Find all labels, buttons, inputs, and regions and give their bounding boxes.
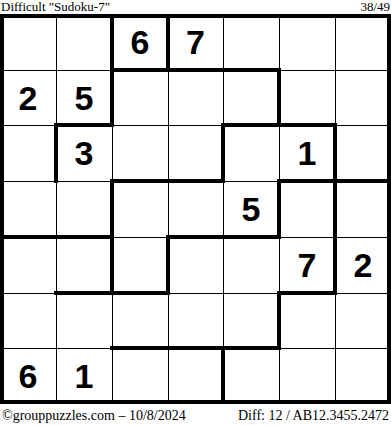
cell-r2c7[interactable] xyxy=(335,70,391,125)
cell-r5c1[interactable] xyxy=(0,237,56,293)
cell-r7c3[interactable] xyxy=(112,348,168,404)
cell-r7c5[interactable] xyxy=(223,348,279,404)
cell-r3c4[interactable] xyxy=(168,125,223,181)
cell-r1c2[interactable] xyxy=(56,14,112,70)
cells-remaining-counter: 38/49 xyxy=(360,0,390,13)
cell-r6c6[interactable] xyxy=(279,293,335,348)
cell-r4c7[interactable] xyxy=(335,181,391,237)
cell-r4c5: 5 xyxy=(223,181,279,237)
cell-r1c5[interactable] xyxy=(223,14,279,70)
cell-r4c1[interactable] xyxy=(0,181,56,237)
cell-r6c2[interactable] xyxy=(56,293,112,348)
cell-r2c1: 2 xyxy=(0,70,56,125)
cell-r1c1[interactable] xyxy=(0,14,56,70)
cell-r6c3[interactable] xyxy=(112,293,168,348)
page: Difficult "Sudoku-7" 38/49 67253157261 ©… xyxy=(0,0,391,426)
cell-r1c6[interactable] xyxy=(279,14,335,70)
cell-r1c7[interactable] xyxy=(335,14,391,70)
cell-r4c2[interactable] xyxy=(56,181,112,237)
cell-r7c2: 1 xyxy=(56,348,112,404)
puzzle-title: Difficult "Sudoku-7" xyxy=(1,0,110,13)
cell-r7c6[interactable] xyxy=(279,348,335,404)
cell-r2c2: 5 xyxy=(56,70,112,125)
cell-r3c5[interactable] xyxy=(223,125,279,181)
cell-r3c2: 3 xyxy=(56,125,112,181)
cell-r3c7[interactable] xyxy=(335,125,391,181)
cell-r4c4[interactable] xyxy=(168,181,223,237)
footer: ©grouppuzzles.com – 10/8/2024 Diff: 12 /… xyxy=(0,405,391,426)
cell-r4c6[interactable] xyxy=(279,181,335,237)
cell-r2c4[interactable] xyxy=(168,70,223,125)
difficulty-id: Diff: 12 / AB12.3455.2472 xyxy=(238,405,389,426)
cell-r2c5[interactable] xyxy=(223,70,279,125)
cell-r3c1[interactable] xyxy=(0,125,56,181)
cell-r5c3[interactable] xyxy=(112,237,168,293)
copyright-date: ©grouppuzzles.com – 10/8/2024 xyxy=(2,405,186,426)
cell-r2c6[interactable] xyxy=(279,70,335,125)
cell-r5c7: 2 xyxy=(335,237,391,293)
cell-r7c4[interactable] xyxy=(168,348,223,404)
cell-r3c6: 1 xyxy=(279,125,335,181)
cell-r5c5[interactable] xyxy=(223,237,279,293)
cell-r2c3[interactable] xyxy=(112,70,168,125)
cell-r5c2[interactable] xyxy=(56,237,112,293)
cell-r1c4: 7 xyxy=(168,14,223,70)
cell-r3c3[interactable] xyxy=(112,125,168,181)
cell-r1c3: 6 xyxy=(112,14,168,70)
cell-r4c3[interactable] xyxy=(112,181,168,237)
cell-r5c4[interactable] xyxy=(168,237,223,293)
cell-r7c1: 6 xyxy=(0,348,56,404)
cell-r7c7[interactable] xyxy=(335,348,391,404)
sudoku-board: 67253157261 xyxy=(0,14,391,404)
cell-r6c7[interactable] xyxy=(335,293,391,348)
cell-r5c6: 7 xyxy=(279,237,335,293)
cell-r6c1[interactable] xyxy=(0,293,56,348)
header: Difficult "Sudoku-7" 38/49 xyxy=(0,0,391,14)
cell-r6c5[interactable] xyxy=(223,293,279,348)
cell-r6c4[interactable] xyxy=(168,293,223,348)
